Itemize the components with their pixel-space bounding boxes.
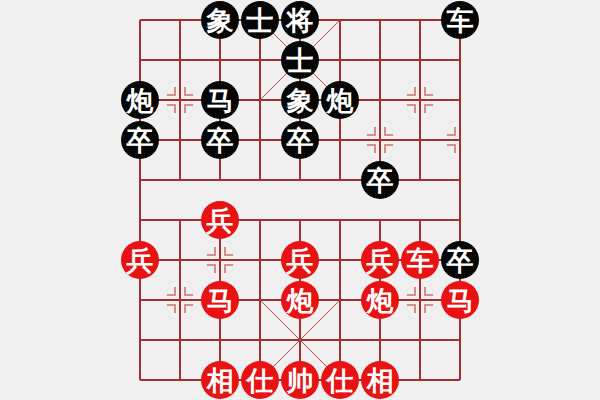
- piece-black-chariot[interactable]: 车: [441, 1, 479, 39]
- piece-red-horse[interactable]: 马: [441, 281, 479, 319]
- piece-black-advisor[interactable]: 士: [241, 1, 279, 39]
- piece-red-elephant[interactable]: 相: [361, 361, 399, 399]
- piece-red-general[interactable]: 帅: [281, 361, 319, 399]
- piece-red-elephant[interactable]: 相: [201, 361, 239, 399]
- piece-red-horse[interactable]: 马: [201, 281, 239, 319]
- piece-black-advisor[interactable]: 士: [281, 41, 319, 79]
- piece-black-cannon[interactable]: 炮: [321, 81, 359, 119]
- piece-black-soldier[interactable]: 卒: [441, 241, 479, 279]
- piece-red-soldier[interactable]: 兵: [281, 241, 319, 279]
- piece-black-soldier[interactable]: 卒: [121, 121, 159, 159]
- piece-black-soldier[interactable]: 卒: [281, 121, 319, 159]
- piece-black-soldier[interactable]: 卒: [361, 161, 399, 199]
- piece-red-soldier[interactable]: 兵: [201, 201, 239, 239]
- piece-red-chariot[interactable]: 车: [401, 241, 439, 279]
- piece-red-soldier[interactable]: 兵: [361, 241, 399, 279]
- piece-black-soldier[interactable]: 卒: [201, 121, 239, 159]
- piece-black-cannon[interactable]: 炮: [121, 81, 159, 119]
- piece-black-horse[interactable]: 马: [201, 81, 239, 119]
- piece-red-soldier[interactable]: 兵: [121, 241, 159, 279]
- piece-red-cannon[interactable]: 炮: [361, 281, 399, 319]
- piece-red-cannon[interactable]: 炮: [281, 281, 319, 319]
- piece-black-elephant[interactable]: 象: [281, 81, 319, 119]
- piece-red-advisor[interactable]: 仕: [321, 361, 359, 399]
- piece-black-elephant[interactable]: 象: [201, 1, 239, 39]
- xiangqi-board[interactable]: 象士将车士炮马象炮卒卒卒卒兵兵兵兵车卒马炮炮马相仕帅仕相: [0, 0, 600, 400]
- piece-black-general[interactable]: 将: [281, 1, 319, 39]
- piece-red-advisor[interactable]: 仕: [241, 361, 279, 399]
